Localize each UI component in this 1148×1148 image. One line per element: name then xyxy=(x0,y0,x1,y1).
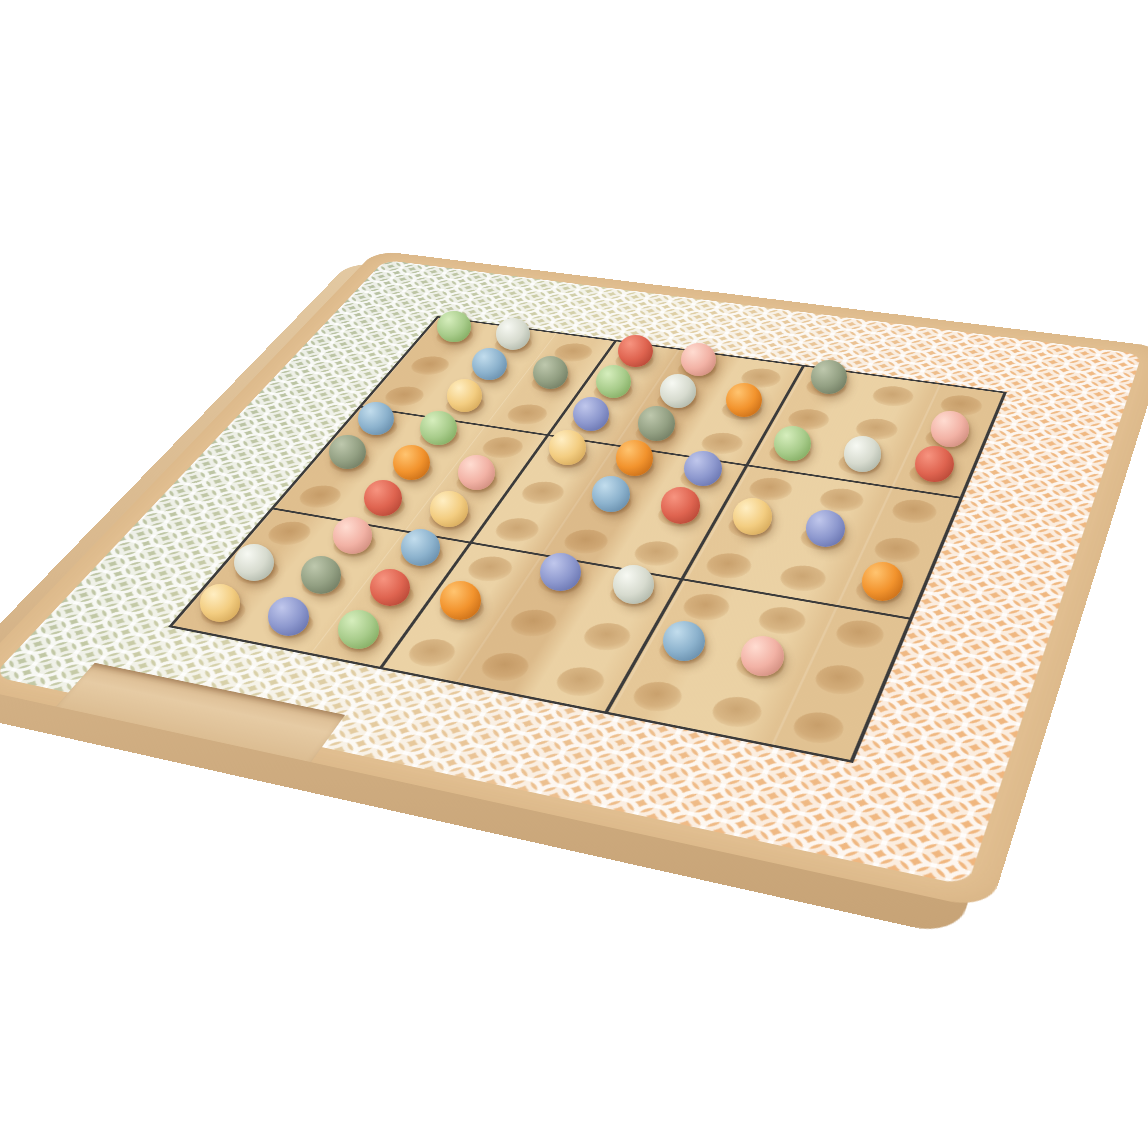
dimple-hole xyxy=(502,402,553,426)
dimple-hole xyxy=(386,459,439,485)
dimple-hole xyxy=(629,539,684,569)
dimple-hole xyxy=(532,566,589,597)
dimple-hole xyxy=(784,407,834,432)
dimple-hole xyxy=(905,461,956,488)
dimple-hole xyxy=(261,609,320,641)
dimple-hole xyxy=(737,367,785,390)
dimple-hole xyxy=(707,693,768,730)
dimple-hole xyxy=(504,607,562,640)
dimple-hole xyxy=(888,497,941,526)
dimple-hole xyxy=(604,578,661,610)
dimple-hole xyxy=(526,371,575,394)
dimple-hole xyxy=(653,501,707,529)
dimple-hole xyxy=(295,569,353,600)
dimple-hole xyxy=(697,431,748,457)
dimple-hole xyxy=(627,679,688,715)
dimple-hole xyxy=(802,375,850,399)
dimple-hole xyxy=(717,398,767,422)
dimple-hole xyxy=(870,535,924,565)
dimple-hole xyxy=(477,435,529,460)
dimple-hole xyxy=(475,650,535,685)
dimple-hole xyxy=(653,634,712,668)
dimple-hole xyxy=(589,380,638,404)
dimple-hole xyxy=(327,530,383,559)
product-photo-stage xyxy=(0,0,1148,1148)
dimple-hole xyxy=(765,440,816,466)
dimple-hole xyxy=(852,417,902,442)
dimple-hole xyxy=(678,591,735,623)
dimple-hole xyxy=(810,662,869,698)
dimple-hole xyxy=(549,342,597,364)
dimple-hole xyxy=(834,451,885,478)
dimple-hole xyxy=(440,393,490,417)
dimple-hole xyxy=(414,425,466,450)
dimple-hole xyxy=(652,389,702,413)
dimple-hole xyxy=(608,455,660,481)
dimple-hole xyxy=(731,648,790,683)
dimple-hole xyxy=(723,512,777,541)
board-perspective-plane xyxy=(168,316,1007,763)
dimple-hole xyxy=(578,620,637,653)
dimple-hole xyxy=(796,523,850,553)
dimple-hole xyxy=(566,412,617,437)
dimple-hole xyxy=(516,479,569,506)
dimple-hole xyxy=(610,350,658,372)
dimple-hole xyxy=(431,326,479,347)
dimple-hole xyxy=(775,563,831,594)
dimple-hole xyxy=(559,527,614,556)
dimple-hole xyxy=(379,385,429,408)
dimple-hole xyxy=(851,575,907,607)
dimple-hole xyxy=(584,490,638,518)
dimple-hole xyxy=(922,426,972,452)
dimple-hole xyxy=(406,354,455,376)
dimple-hole xyxy=(323,449,376,475)
dimple-hole xyxy=(745,475,797,503)
dimple-hole xyxy=(194,597,253,629)
dimple-hole xyxy=(261,519,317,548)
dimple-hole xyxy=(357,494,412,522)
dimple-hole xyxy=(788,709,849,747)
dimple-hole xyxy=(228,557,286,587)
dimple-hole xyxy=(450,469,503,496)
dimple-hole xyxy=(331,623,391,656)
dimple-hole xyxy=(630,421,681,446)
dimple-hole xyxy=(675,465,727,492)
dimple-hole xyxy=(363,581,421,612)
dimple-hole xyxy=(754,604,811,637)
dimple-hole xyxy=(352,416,404,441)
dimple-hole xyxy=(541,445,593,471)
dimple-hole xyxy=(815,486,868,514)
dimple-hole xyxy=(394,542,450,572)
dimple-hole xyxy=(937,393,986,418)
dimple-hole xyxy=(423,505,478,533)
dimple-hole xyxy=(293,483,347,510)
dimple-hole xyxy=(465,363,514,386)
dimple-hole xyxy=(831,617,888,651)
dimple-hole xyxy=(462,554,518,584)
dimple-hole xyxy=(701,551,756,582)
dimple-hole xyxy=(489,334,537,356)
dimple-hole xyxy=(490,516,545,545)
dimple-hole xyxy=(433,594,491,626)
dimple-hole xyxy=(869,384,918,408)
dimple-hole xyxy=(673,358,721,381)
dimple-hole xyxy=(550,664,610,699)
dimple-hole xyxy=(402,636,462,670)
